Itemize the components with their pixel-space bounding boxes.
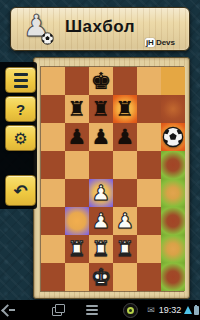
cell-e3[interactable] [137, 207, 161, 235]
white-pawn[interactable]: ♟ [116, 211, 135, 232]
black-pawn[interactable]: ♟ [92, 127, 111, 148]
cell-a8[interactable] [41, 67, 65, 95]
menu-button[interactable] [5, 67, 36, 93]
cell-b5[interactable] [65, 151, 89, 179]
cell-f4[interactable] [161, 179, 185, 207]
cell-e8[interactable] [137, 67, 161, 95]
battery-icon [193, 300, 199, 320]
cell-c7[interactable]: ♜ [89, 95, 113, 123]
cell-a6[interactable] [41, 123, 65, 151]
message-icon: ✉ [146, 300, 156, 320]
cell-b7[interactable]: ♜ [65, 95, 89, 123]
cell-c5[interactable] [89, 151, 113, 179]
app-screen: ♟ Шахбол jH Devs ♚♜♜♜♟♟♟♟♟♟♜♜♜♚ [0, 0, 200, 320]
black-pawn[interactable]: ♟ [68, 127, 87, 148]
cell-b1[interactable] [65, 263, 89, 291]
cell-c3[interactable]: ♟ [89, 207, 113, 235]
undo-button[interactable]: ↶ [5, 175, 36, 206]
cell-d4[interactable] [113, 179, 137, 207]
cell-d7[interactable]: ♜ [113, 95, 137, 123]
cell-e2[interactable] [137, 235, 161, 263]
cell-d3[interactable]: ♟ [113, 207, 137, 235]
cell-a7[interactable] [41, 95, 65, 123]
app-header: ♟ Шахбол jH Devs [10, 7, 190, 51]
cell-e5[interactable] [137, 151, 161, 179]
cell-f2[interactable] [161, 235, 185, 263]
black-pawn[interactable]: ♟ [116, 127, 135, 148]
cell-b8[interactable] [65, 67, 89, 95]
white-rook[interactable]: ♜ [68, 239, 87, 260]
cell-a5[interactable] [41, 151, 65, 179]
cell-e7[interactable] [137, 95, 161, 123]
white-pawn[interactable]: ♟ [92, 183, 111, 204]
cell-f7[interactable] [161, 95, 185, 123]
cell-c1[interactable]: ♚ [89, 263, 113, 291]
cell-d1[interactable] [113, 263, 137, 291]
board-cells: ♚♜♜♜♟♟♟♟♟♟♜♜♜♚ [41, 67, 183, 291]
wifi-icon [184, 300, 192, 320]
black-rook[interactable]: ♜ [92, 99, 111, 120]
cell-d8[interactable] [113, 67, 137, 95]
publisher-logo: jH Devs [145, 38, 175, 47]
cell-a4[interactable] [41, 179, 65, 207]
soccer-ball[interactable] [162, 126, 184, 148]
cell-c8[interactable]: ♚ [89, 67, 113, 95]
cell-d5[interactable] [113, 151, 137, 179]
app-title: Шахбол [11, 17, 189, 37]
black-rook[interactable]: ♜ [116, 99, 135, 120]
cell-b4[interactable] [65, 179, 89, 207]
back-icon[interactable] [2, 300, 16, 320]
cell-c2[interactable]: ♜ [89, 235, 113, 263]
publisher-name: Devs [156, 38, 175, 47]
white-rook[interactable]: ♜ [92, 239, 111, 260]
white-rook[interactable]: ♜ [116, 239, 135, 260]
cell-a3[interactable] [41, 207, 65, 235]
cell-f6[interactable] [161, 123, 185, 151]
cell-b2[interactable]: ♜ [65, 235, 89, 263]
publisher-badge: jH [145, 38, 155, 47]
cell-c6[interactable]: ♟ [89, 123, 113, 151]
cell-e4[interactable] [137, 179, 161, 207]
help-button[interactable]: ? [5, 96, 36, 122]
hamburger-icon [14, 73, 28, 88]
clock-text: 19:32 [157, 300, 183, 320]
cell-a2[interactable] [41, 235, 65, 263]
black-rook[interactable]: ♜ [68, 99, 87, 120]
white-pawn[interactable]: ♟ [92, 211, 111, 232]
cell-f3[interactable] [161, 207, 185, 235]
gear-icon: ⚙ [13, 129, 27, 148]
cell-c4[interactable]: ♟ [89, 179, 113, 207]
cell-f5[interactable] [161, 151, 185, 179]
cell-b6[interactable]: ♟ [65, 123, 89, 151]
screenshot-icon[interactable] [122, 300, 138, 320]
undo-arrow-icon: ↶ [13, 181, 27, 201]
chessball-board: ♚♜♜♜♟♟♟♟♟♟♜♜♜♚ [33, 57, 190, 299]
cell-f1[interactable] [161, 263, 185, 291]
cell-f8[interactable] [161, 67, 185, 95]
cell-e1[interactable] [137, 263, 161, 291]
cell-b3[interactable] [65, 207, 89, 235]
white-king[interactable]: ♚ [91, 266, 112, 289]
black-king[interactable]: ♚ [91, 70, 112, 93]
android-navbar: ✉ 19:32 [0, 300, 200, 320]
question-icon: ? [16, 101, 25, 118]
recent-apps-icon[interactable] [51, 300, 67, 320]
cell-d6[interactable]: ♟ [113, 123, 137, 151]
settings-button[interactable]: ⚙ [5, 125, 36, 151]
cell-a1[interactable] [41, 263, 65, 291]
cell-e6[interactable] [137, 123, 161, 151]
menu-bars-icon[interactable] [85, 300, 99, 320]
cell-d2[interactable]: ♜ [113, 235, 137, 263]
